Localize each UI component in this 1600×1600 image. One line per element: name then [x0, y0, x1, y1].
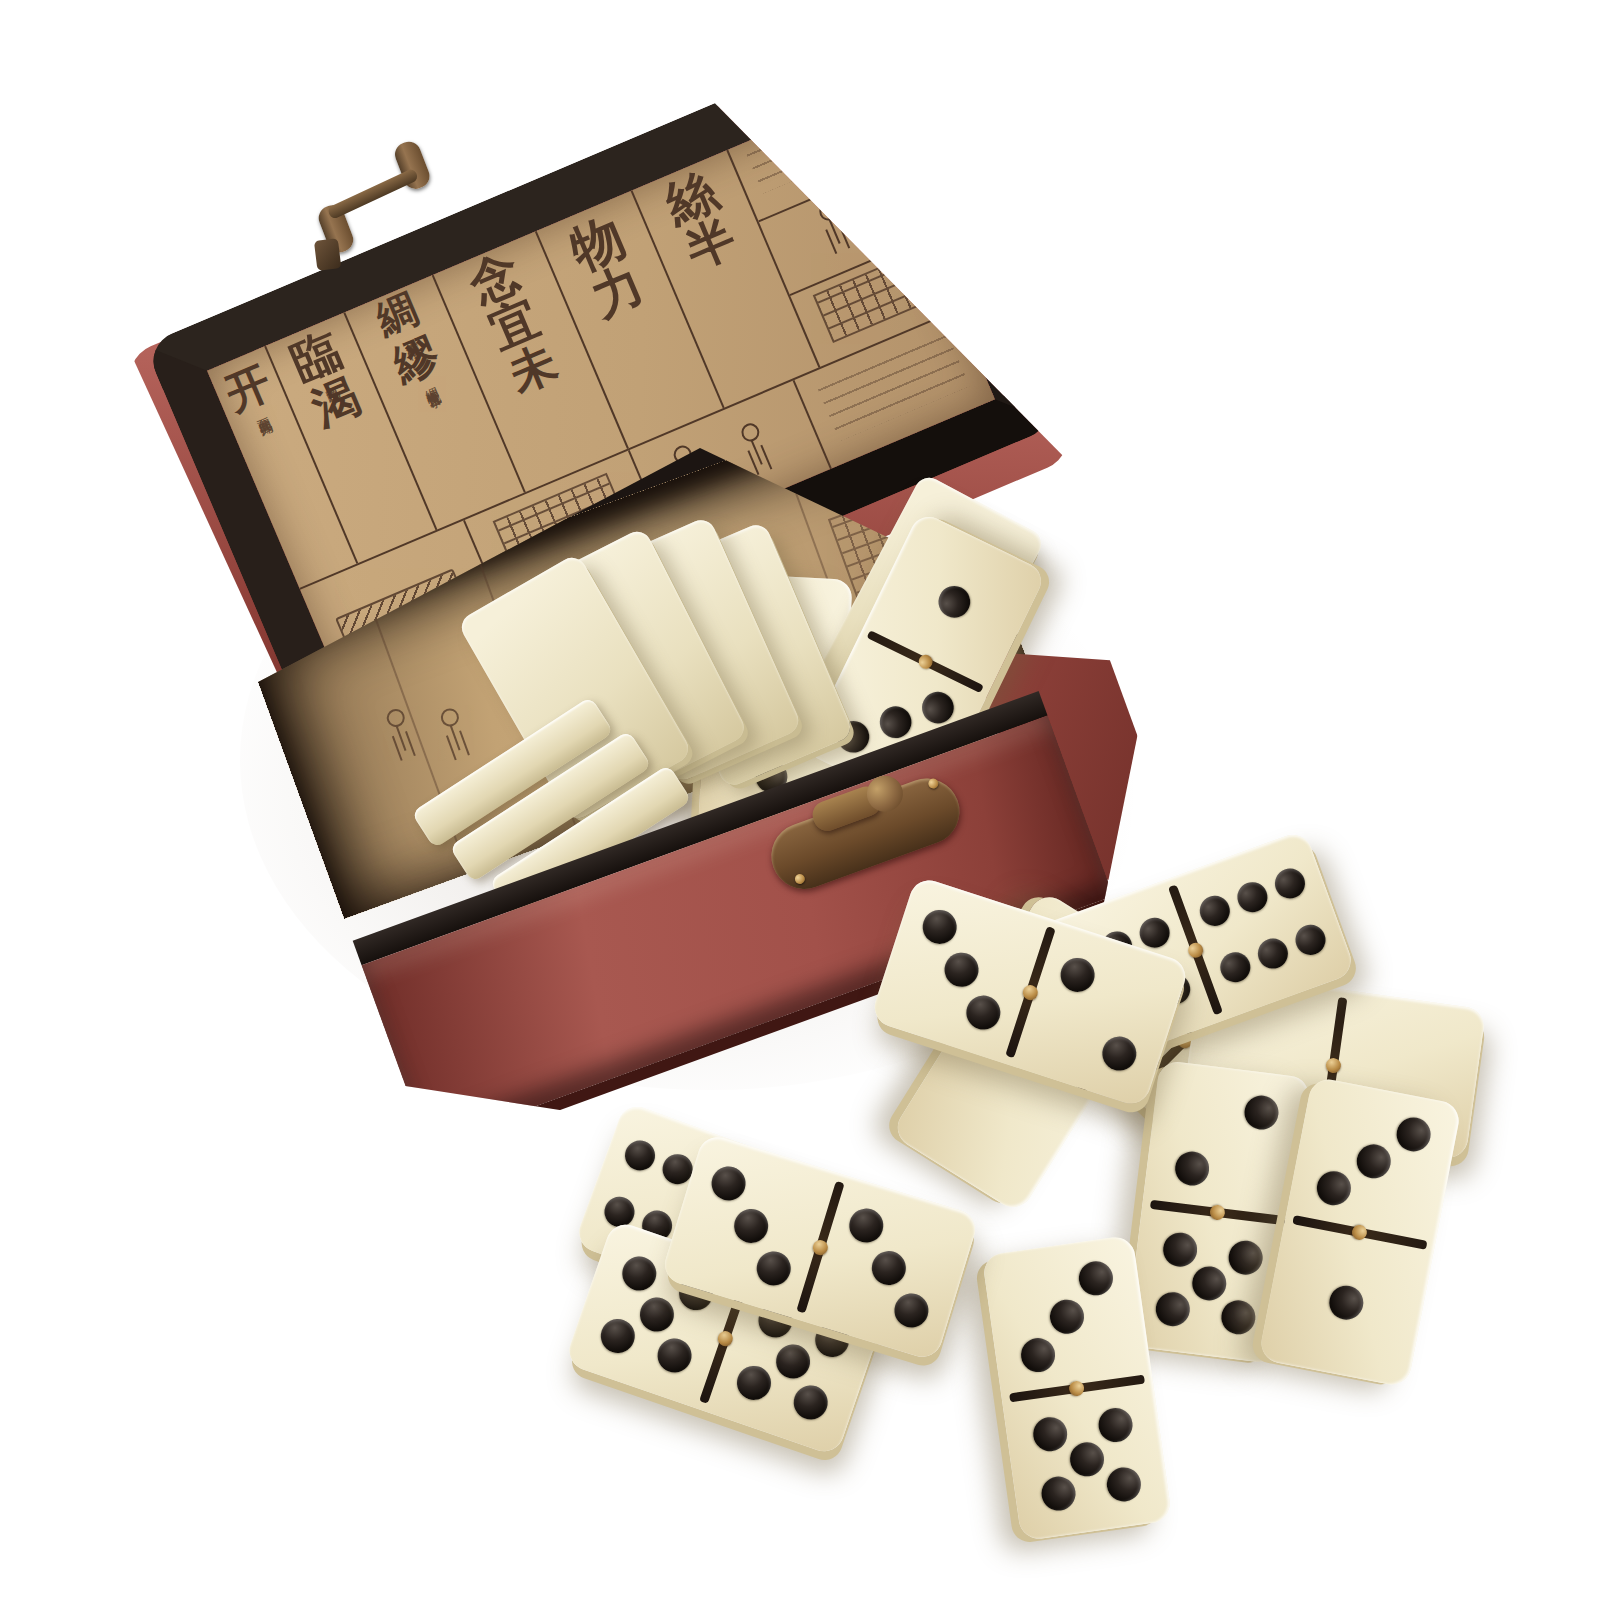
pip	[621, 1136, 659, 1174]
pip	[1057, 953, 1100, 996]
pip	[1162, 1230, 1200, 1268]
spinner-pin	[1210, 1204, 1227, 1221]
pip	[771, 1340, 814, 1383]
pip	[1040, 1475, 1078, 1513]
pip	[1291, 921, 1329, 959]
pip	[1254, 934, 1292, 972]
product-photo-domino-set: 开至此而掘井則臨也臨及渴綢備萬難而珍惜繆綢繆安排也言凡事念宜未物力絲半	[0, 0, 1600, 1600]
pip	[1135, 914, 1173, 952]
pip	[890, 1289, 932, 1331]
calligraphy-char: 力	[584, 257, 650, 323]
pip	[918, 905, 961, 948]
pip	[1068, 1440, 1106, 1478]
pip	[845, 1204, 887, 1246]
pip	[1190, 1265, 1228, 1303]
pip	[1219, 1299, 1257, 1337]
pip	[1104, 1466, 1142, 1504]
pip	[1233, 878, 1271, 916]
pip	[1031, 1415, 1069, 1453]
pip	[1019, 1336, 1057, 1374]
clasp-tab	[314, 238, 341, 271]
pip	[868, 1247, 910, 1289]
pip	[1270, 864, 1308, 902]
spinner-pin	[1351, 1223, 1369, 1241]
pip	[1173, 1149, 1211, 1187]
clasp-pin-bar	[327, 168, 419, 220]
calligraphy-char: 未	[503, 338, 564, 399]
pip	[596, 1314, 639, 1357]
pip	[617, 1252, 660, 1295]
calligraphy-char: 半	[679, 212, 742, 276]
pip	[1243, 1094, 1281, 1132]
pip	[962, 991, 1005, 1034]
pip	[1077, 1259, 1115, 1297]
pip	[1098, 1032, 1141, 1075]
spinner-pin	[1325, 1057, 1342, 1074]
pip	[790, 1381, 833, 1424]
calligraphy-char: 开	[219, 359, 277, 417]
person-sketch	[811, 199, 855, 257]
calligraphy-char: 繆	[387, 330, 445, 388]
pip	[940, 948, 983, 991]
pip	[730, 1205, 772, 1247]
pip	[732, 1361, 775, 1404]
pip	[1226, 1238, 1264, 1276]
pip	[1048, 1298, 1086, 1336]
pip	[1096, 1405, 1134, 1443]
pip	[1314, 1169, 1354, 1209]
pip	[753, 1247, 795, 1289]
calligraphy-char: 渴	[305, 372, 366, 433]
pip	[1154, 1291, 1192, 1329]
pip	[653, 1334, 696, 1377]
pip	[707, 1162, 749, 1204]
pip	[1354, 1141, 1394, 1181]
pip	[1216, 948, 1254, 986]
pip	[1394, 1114, 1434, 1154]
print-lines	[745, 105, 872, 194]
pip	[1326, 1283, 1366, 1323]
pip	[635, 1293, 678, 1336]
pip	[1196, 892, 1234, 930]
